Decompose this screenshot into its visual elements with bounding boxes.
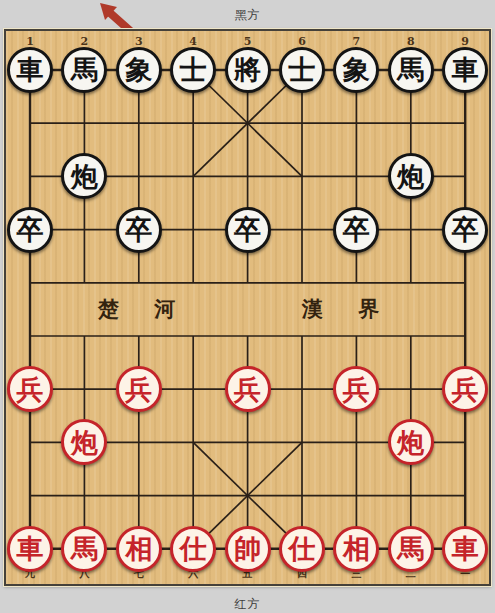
- red-piece-兵[interactable]: 兵: [225, 366, 271, 412]
- board-point-f9r9: 車: [438, 522, 492, 575]
- board-point-f5r3: 卒: [220, 203, 274, 256]
- black-piece-車[interactable]: 車: [7, 47, 53, 93]
- board-point-f5r0: 將: [220, 43, 274, 96]
- xiangqi-app: { "game": "xiangqi", "position": "rnbaka…: [0, 0, 495, 613]
- board-point-f6r9: 仕: [275, 522, 329, 575]
- board-point-f5r6: 兵: [220, 363, 274, 416]
- board-point-f9r3: 卒: [438, 203, 492, 256]
- board-point-f2r0: 馬: [57, 43, 111, 96]
- black-piece-車[interactable]: 車: [442, 47, 488, 93]
- red-piece-兵[interactable]: 兵: [333, 366, 379, 412]
- black-piece-卒[interactable]: 卒: [333, 207, 379, 253]
- board-point-f3r3: 卒: [112, 203, 166, 256]
- board-point-f8r2: 炮: [384, 150, 438, 203]
- black-piece-士[interactable]: 士: [170, 47, 216, 93]
- red-piece-炮[interactable]: 炮: [388, 419, 434, 465]
- board-point-f3r9: 相: [112, 522, 166, 575]
- board-point-f8r9: 馬: [384, 522, 438, 575]
- black-piece-卒[interactable]: 卒: [442, 207, 488, 253]
- board-point-f1r3: 卒: [3, 203, 57, 256]
- red-piece-車[interactable]: 車: [442, 526, 488, 572]
- board-point-f8r0: 馬: [384, 43, 438, 96]
- board-point-f7r9: 相: [329, 522, 383, 575]
- red-piece-仕[interactable]: 仕: [170, 526, 216, 572]
- red-piece-相[interactable]: 相: [116, 526, 162, 572]
- red-piece-車[interactable]: 車: [7, 526, 53, 572]
- black-piece-將[interactable]: 將: [225, 47, 271, 93]
- board-point-f3r0: 象: [112, 43, 166, 96]
- red-piece-仕[interactable]: 仕: [279, 526, 325, 572]
- black-piece-象[interactable]: 象: [116, 47, 162, 93]
- board-point-f1r0: 車: [3, 43, 57, 96]
- black-side-label: 黑方: [0, 7, 495, 24]
- board-point-f1r6: 兵: [3, 363, 57, 416]
- board-point-f1r9: 車: [3, 522, 57, 575]
- black-piece-象[interactable]: 象: [333, 47, 379, 93]
- red-piece-帥[interactable]: 帥: [225, 526, 271, 572]
- board-point-f9r0: 車: [438, 43, 492, 96]
- red-piece-炮[interactable]: 炮: [61, 419, 107, 465]
- black-piece-馬[interactable]: 馬: [388, 47, 434, 93]
- black-piece-卒[interactable]: 卒: [116, 207, 162, 253]
- red-piece-馬[interactable]: 馬: [61, 526, 107, 572]
- red-piece-兵[interactable]: 兵: [442, 366, 488, 412]
- board-point-f2r2: 炮: [57, 150, 111, 203]
- board-point-f4r9: 仕: [166, 522, 220, 575]
- red-piece-相[interactable]: 相: [333, 526, 379, 572]
- red-piece-兵[interactable]: 兵: [116, 366, 162, 412]
- board-point-f4r0: 士: [166, 43, 220, 96]
- board-point-f7r0: 象: [329, 43, 383, 96]
- board-point-f2r7: 炮: [57, 416, 111, 469]
- board-point-f7r3: 卒: [329, 203, 383, 256]
- red-piece-兵[interactable]: 兵: [7, 366, 53, 412]
- black-piece-馬[interactable]: 馬: [61, 47, 107, 93]
- black-piece-炮[interactable]: 炮: [388, 153, 434, 199]
- board-point-f5r9: 帥: [220, 522, 274, 575]
- board-point-f6r0: 士: [275, 43, 329, 96]
- black-piece-卒[interactable]: 卒: [7, 207, 53, 253]
- xiangqi-board: 123456789 九八七六五四三二一 楚 河 漢 界 車馬象士將士象馬車炮炮卒…: [4, 29, 491, 586]
- board-point-f9r6: 兵: [438, 363, 492, 416]
- board-point-f7r6: 兵: [329, 363, 383, 416]
- board-point-f2r9: 馬: [57, 522, 111, 575]
- red-piece-馬[interactable]: 馬: [388, 526, 434, 572]
- black-piece-士[interactable]: 士: [279, 47, 325, 93]
- board-point-f3r6: 兵: [112, 363, 166, 416]
- black-piece-卒[interactable]: 卒: [225, 207, 271, 253]
- board-point-f8r7: 炮: [384, 416, 438, 469]
- red-side-label: 红方: [0, 596, 495, 613]
- piece-layer: 車馬象士將士象馬車炮炮卒卒卒卒卒兵兵兵兵兵炮炮車馬相仕帥仕相馬車: [3, 43, 493, 575]
- black-piece-炮[interactable]: 炮: [61, 153, 107, 199]
